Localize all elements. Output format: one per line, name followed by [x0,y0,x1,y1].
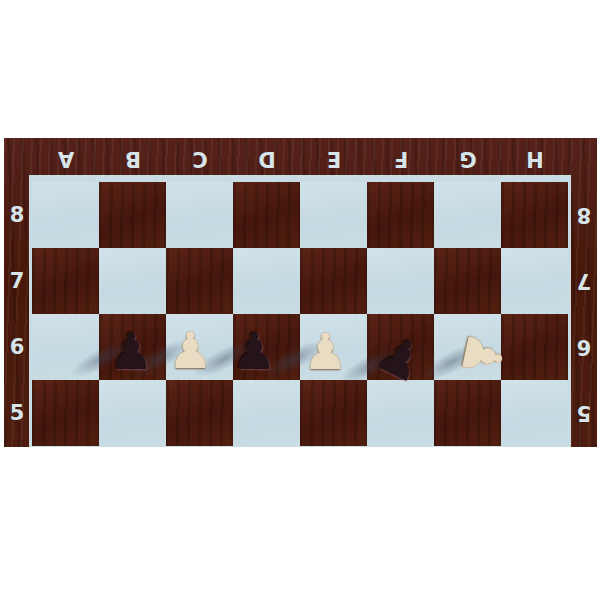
black-pawn-glyph: ♟ [232,327,277,377]
square-c7 [166,248,233,314]
square-b8 [99,182,166,248]
rank-label-right-6: 6 [573,314,595,380]
square-c8 [166,182,233,248]
white-pawn-glyph: ♟ [453,327,512,382]
square-a5 [32,380,99,446]
file-label-c: C [166,145,233,173]
square-g5 [434,380,501,446]
square-f7 [367,248,434,314]
file-label-g: G [434,145,501,173]
square-a8 [32,182,99,248]
rank-label-left-5: 5 [6,380,28,446]
file-label-d: D [233,145,300,173]
white-pawn-glyph: ♟ [168,326,213,376]
rank-label-left-6: 6 [6,314,28,380]
white-pawn-glyph: ♟ [303,327,348,377]
square-h8 [501,182,568,248]
square-h7 [501,248,568,314]
square-g7 [434,248,501,314]
square-b5 [99,380,166,446]
square-g8 [434,182,501,248]
square-d5 [233,380,300,446]
rank-label-right-8: 8 [573,182,595,248]
file-label-a: A [32,145,99,173]
file-label-b: B [99,145,166,173]
square-b7 [99,248,166,314]
square-c5 [166,380,233,446]
square-d7 [233,248,300,314]
square-h5 [501,380,568,446]
file-label-h: H [501,145,568,173]
playing-area [29,175,571,447]
chessboard-photo: ABCDEFGH88776655 ♟♟♟♟♟♟ [4,138,597,447]
file-label-f: F [367,145,434,173]
board-grid [32,182,568,446]
file-label-e: E [300,145,367,173]
square-f8 [367,182,434,248]
rank-label-left-8: 8 [6,182,28,248]
square-e7 [300,248,367,314]
square-e8 [300,182,367,248]
page-background: ABCDEFGH88776655 ♟♟♟♟♟♟ [0,0,600,600]
rank-label-right-7: 7 [573,248,595,314]
black-pawn-glyph: ♟ [109,327,154,377]
square-e5 [300,380,367,446]
square-d8 [233,182,300,248]
rank-label-right-5: 5 [573,380,595,446]
rank-label-left-7: 7 [6,248,28,314]
square-a7 [32,248,99,314]
white-pawn-g6: ♟ [449,322,516,388]
